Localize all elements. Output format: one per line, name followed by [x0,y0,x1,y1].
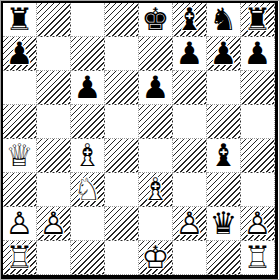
square-h3[interactable] [241,173,275,207]
black-bishop-glyph: ♝ [210,140,238,171]
square-a1[interactable]: ♜♖ [3,241,37,275]
square-a3[interactable] [3,173,37,207]
black-pawn[interactable]: ♟♟ [3,37,36,70]
square-c5[interactable] [71,105,105,139]
square-g3[interactable] [207,173,241,207]
square-f3[interactable] [173,173,207,207]
white-pawn-glyph: ♙ [176,208,204,239]
square-c6[interactable]: ♟♟ [71,71,105,105]
white-queen[interactable]: ♛♕ [3,139,36,172]
square-b1[interactable] [37,241,71,275]
white-king[interactable]: ♚♔ [139,241,172,274]
square-d2[interactable] [105,207,139,241]
black-bishop[interactable]: ♝♝ [207,139,240,172]
square-c7[interactable] [71,37,105,71]
white-queen-glyph: ♕ [6,140,34,171]
white-rook-glyph: ♖ [6,242,34,273]
black-bishop-glyph: ♝ [176,4,204,35]
square-g6[interactable] [207,71,241,105]
square-f6[interactable] [173,71,207,105]
white-pawn[interactable]: ♟♙ [241,207,274,240]
square-f2[interactable]: ♟♙ [173,207,207,241]
square-b3[interactable] [37,173,71,207]
square-g4[interactable]: ♝♝ [207,139,241,173]
square-h5[interactable] [241,105,275,139]
square-h1[interactable]: ♜♖ [241,241,275,275]
square-c1[interactable] [71,241,105,275]
black-rook-glyph: ♜ [6,4,34,35]
square-g1[interactable] [207,241,241,275]
white-pawn-glyph: ♙ [6,208,34,239]
square-b7[interactable] [37,37,71,71]
square-a4[interactable]: ♛♕ [3,139,37,173]
square-e1[interactable]: ♚♔ [139,241,173,275]
black-pawn-glyph: ♟ [244,38,272,69]
white-knight[interactable]: ♞♘ [71,173,104,206]
square-h6[interactable] [241,71,275,105]
square-f8[interactable]: ♝♝ [173,3,207,37]
square-e4[interactable] [139,139,173,173]
white-pawn[interactable]: ♟♙ [173,207,206,240]
black-pawn[interactable]: ♟♟ [207,37,240,70]
black-pawn-glyph: ♟ [6,38,34,69]
square-g2[interactable]: ♛♛ [207,207,241,241]
square-a8[interactable]: ♜♜ [3,3,37,37]
square-f4[interactable] [173,139,207,173]
black-pawn[interactable]: ♟♟ [139,71,172,104]
square-e2[interactable] [139,207,173,241]
black-knight[interactable]: ♞♞ [207,3,240,36]
black-rook[interactable]: ♜♜ [241,3,274,36]
white-bishop-glyph: ♗ [142,174,170,205]
square-g5[interactable] [207,105,241,139]
square-h4[interactable] [241,139,275,173]
square-d5[interactable] [105,105,139,139]
square-d4[interactable] [105,139,139,173]
square-e5[interactable] [139,105,173,139]
white-rook-glyph: ♖ [244,242,272,273]
black-bishop[interactable]: ♝♝ [173,3,206,36]
square-d1[interactable] [105,241,139,275]
black-pawn[interactable]: ♟♟ [241,37,274,70]
square-c3[interactable]: ♞♘ [71,173,105,207]
white-pawn-glyph: ♙ [40,208,68,239]
black-queen-glyph: ♛ [210,208,238,239]
square-d6[interactable] [105,71,139,105]
square-b4[interactable] [37,139,71,173]
square-c4[interactable]: ♝♗ [71,139,105,173]
black-pawn-glyph: ♟ [210,38,238,69]
white-pawn[interactable]: ♟♙ [3,207,36,240]
square-c2[interactable] [71,207,105,241]
white-bishop-glyph: ♗ [74,140,102,171]
white-rook[interactable]: ♜♖ [3,241,36,274]
square-a5[interactable] [3,105,37,139]
white-rook[interactable]: ♜♖ [241,241,274,274]
square-h8[interactable]: ♜♜ [241,3,275,37]
white-pawn[interactable]: ♟♙ [37,207,70,240]
black-pawn-glyph: ♟ [176,38,204,69]
square-h2[interactable]: ♟♙ [241,207,275,241]
black-pawn-glyph: ♟ [74,72,102,103]
square-d3[interactable] [105,173,139,207]
black-queen[interactable]: ♛♛ [207,207,240,240]
black-king[interactable]: ♚♚ [139,3,172,36]
square-h7[interactable]: ♟♟ [241,37,275,71]
black-king-glyph: ♚ [142,4,170,35]
black-pawn[interactable]: ♟♟ [173,37,206,70]
chess-diagram: ♜♜♚♚♝♝♞♞♜♜♟♟♟♟♟♟♟♟♟♟♟♟♛♕♝♗♝♝♞♘♝♗♟♙♟♙♟♙♛♛… [0,0,280,280]
square-e8[interactable]: ♚♚ [139,3,173,37]
square-a2[interactable]: ♟♙ [3,207,37,241]
black-rook[interactable]: ♜♜ [3,3,36,36]
square-b6[interactable] [37,71,71,105]
square-g8[interactable]: ♞♞ [207,3,241,37]
square-a7[interactable]: ♟♟ [3,37,37,71]
chess-board: ♜♜♚♚♝♝♞♞♜♜♟♟♟♟♟♟♟♟♟♟♟♟♛♕♝♗♝♝♞♘♝♗♟♙♟♙♟♙♛♛… [1,1,278,279]
square-g7[interactable]: ♟♟ [207,37,241,71]
square-b8[interactable] [37,3,71,37]
white-king-glyph: ♔ [142,242,170,273]
square-d7[interactable] [105,37,139,71]
square-f7[interactable]: ♟♟ [173,37,207,71]
white-bishop[interactable]: ♝♗ [139,173,172,206]
black-knight-glyph: ♞ [210,4,238,35]
square-f5[interactable] [173,105,207,139]
square-e6[interactable]: ♟♟ [139,71,173,105]
black-pawn[interactable]: ♟♟ [71,71,104,104]
square-f1[interactable] [173,241,207,275]
square-c8[interactable] [71,3,105,37]
square-b2[interactable]: ♟♙ [37,207,71,241]
square-e3[interactable]: ♝♗ [139,173,173,207]
square-e7[interactable] [139,37,173,71]
white-bishop[interactable]: ♝♗ [71,139,104,172]
white-knight-glyph: ♘ [74,174,102,205]
black-pawn-glyph: ♟ [142,72,170,103]
square-d8[interactable] [105,3,139,37]
black-rook-glyph: ♜ [244,4,272,35]
white-pawn-glyph: ♙ [244,208,272,239]
square-b5[interactable] [37,105,71,139]
square-a6[interactable] [3,71,37,105]
